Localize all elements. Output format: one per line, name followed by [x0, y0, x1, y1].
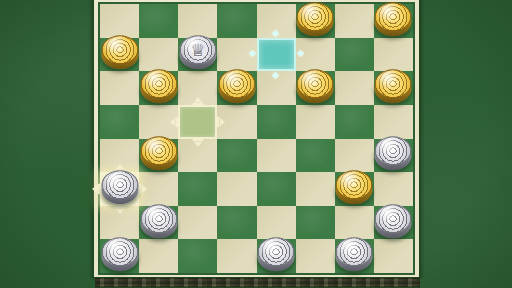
arrow-triangle-icon	[116, 209, 124, 214]
square-r0c3[interactable]	[217, 4, 256, 38]
square-r2c3[interactable]	[217, 71, 256, 105]
square-r5c3	[217, 172, 256, 206]
silver-piece[interactable]	[101, 237, 138, 271]
square-r6c5[interactable]	[296, 206, 335, 240]
square-r7c0[interactable]	[100, 239, 139, 273]
arrow-triangle-icon	[116, 164, 124, 169]
square-r4c7[interactable]	[374, 139, 413, 173]
silver-piece[interactable]	[375, 137, 412, 171]
arrow-bar-icon	[193, 103, 203, 105]
square-r3c5	[296, 105, 335, 139]
piece-face	[101, 170, 138, 199]
arrow-bar-icon	[176, 117, 178, 127]
square-r0c2	[178, 4, 217, 38]
square-r6c6	[335, 206, 374, 240]
square-r7c1	[139, 239, 178, 273]
piece-face	[375, 2, 412, 31]
arrow-bar-icon	[98, 184, 100, 194]
square-r4c1[interactable]	[139, 139, 178, 173]
square-r4c5[interactable]	[296, 139, 335, 173]
square-r1c0[interactable]	[100, 38, 139, 72]
square-r1c4[interactable]	[257, 38, 296, 72]
square-r2c6	[335, 71, 374, 105]
gold-piece[interactable]	[336, 170, 373, 204]
square-r7c5	[296, 239, 335, 273]
checkers-board: ♕	[100, 4, 413, 273]
square-r6c3[interactable]	[217, 206, 256, 240]
piece-face	[336, 170, 373, 199]
square-r3c2[interactable]	[178, 105, 217, 139]
gold-piece[interactable]	[375, 2, 412, 36]
gold-piece[interactable]	[297, 69, 334, 103]
square-r0c1[interactable]	[139, 4, 178, 38]
square-r4c3[interactable]	[217, 139, 256, 173]
arrow-triangle-icon	[220, 118, 225, 126]
silver-king-piece[interactable]: ♕	[179, 36, 216, 70]
square-r1c7	[374, 38, 413, 72]
square-r7c2[interactable]	[178, 239, 217, 273]
piece-face	[336, 237, 373, 266]
square-r4c4	[257, 139, 296, 173]
square-r1c6[interactable]	[335, 38, 374, 72]
arrow-bar-icon	[139, 184, 141, 194]
piece-face	[218, 69, 255, 98]
piece-face	[375, 204, 412, 233]
piece-face	[297, 2, 334, 31]
silver-piece[interactable]	[336, 237, 373, 271]
arrow-triangle-icon	[170, 118, 175, 126]
arrow-bar-icon	[115, 206, 125, 208]
square-r3c6[interactable]	[335, 105, 374, 139]
square-r5c5	[296, 172, 335, 206]
square-r0c6	[335, 4, 374, 38]
square-r7c4[interactable]	[257, 239, 296, 273]
gold-piece[interactable]	[140, 69, 177, 103]
highlight-move-target-cyan[interactable]	[257, 38, 296, 72]
piece-face	[258, 237, 295, 266]
crown-icon: ♕	[179, 37, 216, 66]
gold-piece[interactable]	[218, 69, 255, 103]
square-r5c0[interactable]	[100, 172, 139, 206]
gold-piece[interactable]	[101, 36, 138, 70]
square-r2c7[interactable]	[374, 71, 413, 105]
square-r3c0[interactable]	[100, 105, 139, 139]
square-r6c4	[257, 206, 296, 240]
square-r5c4[interactable]	[257, 172, 296, 206]
silver-piece[interactable]	[375, 204, 412, 238]
gold-piece[interactable]	[375, 69, 412, 103]
piece-face	[101, 237, 138, 266]
piece-face	[140, 137, 177, 166]
arrow-triangle-icon	[92, 185, 97, 193]
square-r3c7	[374, 105, 413, 139]
arrow-triangle-icon	[142, 185, 147, 193]
square-r5c2[interactable]	[178, 172, 217, 206]
silver-piece[interactable]	[140, 204, 177, 238]
piece-face	[297, 69, 334, 98]
square-r5c7	[374, 172, 413, 206]
square-r0c0	[100, 4, 139, 38]
arrow-bar-icon	[193, 139, 203, 141]
gold-piece[interactable]	[297, 2, 334, 36]
square-r0c5[interactable]	[296, 4, 335, 38]
arrow-triangle-icon	[194, 142, 202, 147]
square-r7c6[interactable]	[335, 239, 374, 273]
piece-face	[140, 69, 177, 98]
piece-face	[375, 137, 412, 166]
square-r2c1[interactable]	[139, 71, 178, 105]
gold-piece[interactable]	[140, 137, 177, 171]
square-r6c7[interactable]	[374, 206, 413, 240]
piece-face	[375, 69, 412, 98]
square-r4c6	[335, 139, 374, 173]
arrow-bar-icon	[217, 117, 219, 127]
piece-face	[101, 36, 138, 65]
square-r6c1[interactable]	[139, 206, 178, 240]
board-side-edge	[95, 278, 420, 288]
square-r7c3	[217, 239, 256, 273]
square-r0c7[interactable]	[374, 4, 413, 38]
square-r2c0	[100, 71, 139, 105]
piece-face	[140, 204, 177, 233]
board-frame: ♕	[93, 0, 420, 278]
square-r2c5[interactable]	[296, 71, 335, 105]
square-r7c7	[374, 239, 413, 273]
square-r5c6[interactable]	[335, 172, 374, 206]
square-r3c4[interactable]	[257, 105, 296, 139]
square-r6c2	[178, 206, 217, 240]
square-r1c2[interactable]: ♕	[178, 38, 217, 72]
highlight-move-target-green[interactable]	[178, 105, 217, 139]
square-r1c1	[139, 38, 178, 72]
arrow-triangle-icon	[194, 97, 202, 102]
silver-piece[interactable]	[101, 170, 138, 204]
silver-piece[interactable]	[258, 237, 295, 271]
